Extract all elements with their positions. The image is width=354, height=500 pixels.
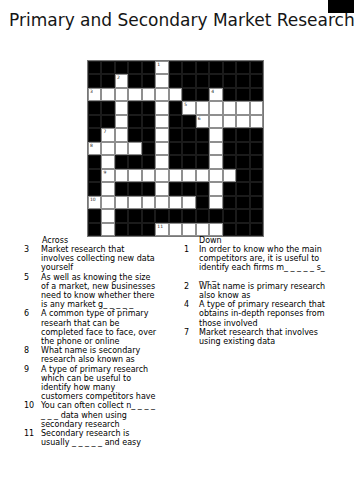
cell-r11c4 [142, 209, 155, 222]
cell-r8c5[interactable] [155, 169, 168, 182]
cell-r12c4 [142, 223, 155, 236]
across-clue-8: 8What name is secondary research also kn… [24, 346, 158, 364]
cell-r5c6 [169, 128, 182, 141]
cell-r7c7 [182, 155, 195, 168]
across-clue-num-3: 3 [24, 245, 41, 254]
cell-r9c12 [250, 182, 263, 195]
across-clue-5: 5As well as knowing the size of a market… [24, 273, 158, 310]
cell-r4c8[interactable]: 6 [196, 115, 209, 128]
cell-r7c0 [88, 155, 101, 168]
cell-r8c9[interactable] [209, 169, 222, 182]
cell-r10c8 [196, 196, 209, 209]
cell-r7c8 [196, 155, 209, 168]
cell-r7c1[interactable] [101, 155, 114, 168]
cell-r0c10 [223, 61, 236, 74]
cell-r10c4[interactable] [142, 196, 155, 209]
cell-r9c5[interactable] [155, 182, 168, 195]
cell-r3c2[interactable] [115, 101, 128, 114]
across-clue-num-8: 8 [24, 346, 41, 355]
cell-r1c6 [169, 74, 182, 87]
clue-number-10: 10 [90, 197, 96, 202]
cell-r12c0 [88, 223, 101, 236]
cell-r2c1[interactable] [101, 88, 114, 101]
cell-r8c12 [250, 169, 263, 182]
across-clue-num-10: 10 [24, 401, 41, 410]
cell-r7c12 [250, 155, 263, 168]
cell-r0c0 [88, 61, 101, 74]
cell-r2c5[interactable] [155, 88, 168, 101]
down-clue-4: 4A type of primary research that obtains… [184, 300, 326, 328]
across-clue-3: 3Market research that involves collectin… [24, 245, 158, 273]
cell-r4c0 [88, 115, 101, 128]
cell-r12c12 [250, 223, 263, 236]
cell-r6c6 [169, 142, 182, 155]
cell-r12c5[interactable]: 11 [155, 223, 168, 236]
cell-r11c0 [88, 209, 101, 222]
cell-r6c0[interactable]: 8 [88, 142, 101, 155]
cell-r6c4 [142, 142, 155, 155]
cell-r3c7[interactable]: 5 [182, 101, 195, 114]
cell-r6c9[interactable] [209, 142, 222, 155]
cell-r4c2[interactable] [115, 115, 128, 128]
cell-r5c7 [182, 128, 195, 141]
cell-r12c8[interactable] [196, 223, 209, 236]
cell-r10c3[interactable] [128, 196, 141, 209]
cell-r11c12 [250, 209, 263, 222]
across-clue-text-5: As well as knowing the size of a market,… [41, 273, 158, 310]
down-clue-num-4: 4 [184, 300, 199, 309]
cell-r8c1[interactable]: 9 [101, 169, 114, 182]
cell-r6c12 [250, 142, 263, 155]
cell-r2c0[interactable]: 3 [88, 88, 101, 101]
cell-r1c10 [223, 74, 236, 87]
across-clue-text-9: A type of primary research which can be … [41, 365, 158, 402]
cell-r3c9[interactable] [209, 101, 222, 114]
cell-r5c11 [236, 128, 249, 141]
cell-r9c0 [88, 182, 101, 195]
cell-r9c10 [223, 182, 236, 195]
across-clue-10: 10You can often collect n_ _ _ _ _ _ _ d… [24, 401, 158, 429]
cell-r11c10 [223, 209, 236, 222]
cell-r10c10 [223, 196, 236, 209]
cell-r5c10 [223, 128, 236, 141]
cell-r5c0 [88, 128, 101, 141]
across-clue-11: 11Secondary research is usually _ _ _ _ … [24, 429, 158, 447]
cell-r10c12 [250, 196, 263, 209]
cell-r4c3 [128, 115, 141, 128]
cell-r4c1 [101, 115, 114, 128]
clue-number-11: 11 [157, 224, 163, 229]
down-clue-1: 1In order to know who the main competito… [184, 245, 326, 282]
clue-number-7: 7 [103, 129, 106, 134]
cell-r12c7[interactable] [182, 223, 195, 236]
cell-r3c10[interactable] [223, 101, 236, 114]
down-clue-7: 7Market research that involves using exi… [184, 328, 326, 346]
cell-r3c4 [142, 101, 155, 114]
across-clue-text-8: What name is secondary research also kno… [41, 346, 158, 364]
page-title: Primary and Secondary Market Research [9, 10, 354, 30]
across-clue-num-6: 6 [24, 309, 41, 318]
cell-r0c9 [209, 61, 222, 74]
clue-number-4: 4 [211, 89, 214, 94]
cell-r6c1[interactable] [101, 142, 114, 155]
cell-r8c7[interactable] [182, 169, 195, 182]
clue-number-9: 9 [103, 170, 106, 175]
crossword-grid: 1234567891011 [87, 60, 264, 237]
cell-r2c7 [182, 88, 195, 101]
cell-r3c1 [101, 101, 114, 114]
cell-r10c1[interactable] [101, 196, 114, 209]
cell-r8c11 [236, 169, 249, 182]
clue-number-3: 3 [90, 89, 93, 94]
cell-r7c5[interactable] [155, 155, 168, 168]
cell-r1c11 [236, 74, 249, 87]
cell-r12c2 [115, 223, 128, 236]
cell-r11c3 [128, 209, 141, 222]
cell-r6c8 [196, 142, 209, 155]
across-clue-text-6: A common type of primary researh that ca… [41, 309, 158, 346]
cell-r6c5[interactable] [155, 142, 168, 155]
cell-r7c9[interactable] [209, 155, 222, 168]
cell-r3c6 [169, 101, 182, 114]
down-clue-list: 1In order to know who the main competito… [184, 245, 326, 346]
cell-r4c5[interactable] [155, 115, 168, 128]
cell-r2c12 [250, 88, 263, 101]
cell-r9c3 [128, 182, 141, 195]
cell-r1c0 [88, 74, 101, 87]
cell-r0c4 [142, 61, 155, 74]
across-clue-text-3: Market research that involves collecting… [41, 245, 158, 273]
cell-r10c7[interactable] [182, 196, 195, 209]
cell-r10c5[interactable] [155, 196, 168, 209]
down-clue-text-7: Market research that involves using exis… [199, 328, 326, 346]
cell-r5c8 [196, 128, 209, 141]
down-header: Down [199, 236, 222, 245]
across-clue-6: 6A common type of primary researh that c… [24, 309, 158, 346]
cell-r11c5 [155, 209, 168, 222]
cell-r8c8[interactable] [196, 169, 209, 182]
cell-r11c6 [169, 209, 182, 222]
cell-r4c12[interactable] [250, 115, 263, 128]
cell-r0c7 [182, 61, 195, 74]
across-clue-text-10: You can often collect n_ _ _ _ _ _ _ dat… [41, 401, 158, 429]
cell-r3c3 [128, 101, 141, 114]
down-clue-text-4: A type of primary research that obtains … [199, 300, 326, 328]
cell-r9c8 [196, 182, 209, 195]
cell-r7c2 [115, 155, 128, 168]
cell-r9c4 [142, 182, 155, 195]
cell-r11c2 [115, 209, 128, 222]
cell-r0c3 [128, 61, 141, 74]
cell-r8c3[interactable] [128, 169, 141, 182]
cell-r5c9[interactable] [209, 128, 222, 141]
across-clue-text-11: Secondary research is usually _ _ _ _ _ … [41, 429, 158, 447]
cell-r9c2 [115, 182, 128, 195]
cell-r10c2[interactable] [115, 196, 128, 209]
cell-r2c3[interactable] [128, 88, 141, 101]
across-clue-num-9: 9 [24, 365, 41, 374]
down-clue-num-1: 1 [184, 245, 199, 254]
cell-r11c9 [209, 209, 222, 222]
cell-r10c0[interactable]: 10 [88, 196, 101, 209]
cell-r2c9[interactable]: 4 [209, 88, 222, 101]
down-clue-text-2: What name is primary research also know … [199, 282, 326, 300]
down-clue-num-7: 7 [184, 328, 199, 337]
cell-r12c10 [223, 223, 236, 236]
clue-number-5: 5 [184, 102, 187, 107]
cell-r10c11 [236, 196, 249, 209]
cell-r5c2[interactable] [115, 128, 128, 141]
cell-r2c6[interactable] [169, 88, 182, 101]
cell-r8c6[interactable] [169, 169, 182, 182]
cell-r5c4 [142, 128, 155, 141]
cell-r3c5[interactable] [155, 101, 168, 114]
cell-r7c4 [142, 155, 155, 168]
cell-r5c5[interactable] [155, 128, 168, 141]
cell-r3c11[interactable] [236, 101, 249, 114]
cell-r6c7 [182, 142, 195, 155]
cell-r4c6 [169, 115, 182, 128]
cell-r1c7 [182, 74, 195, 87]
across-clue-list: 3Market research that involves collectin… [24, 245, 158, 447]
cell-r4c10[interactable] [223, 115, 236, 128]
cell-r5c3 [128, 128, 141, 141]
cell-r0c5[interactable]: 1 [155, 61, 168, 74]
corner-mark [328, 0, 354, 13]
cell-r2c2[interactable] [115, 88, 128, 101]
cell-r4c4 [142, 115, 155, 128]
cell-r8c4[interactable] [142, 169, 155, 182]
cell-r11c11 [236, 209, 249, 222]
cell-r7c6 [169, 155, 182, 168]
cell-r2c10 [223, 88, 236, 101]
cell-r9c6 [169, 182, 182, 195]
cell-r5c1[interactable]: 7 [101, 128, 114, 141]
down-clue-2: 2What name is primary research also know… [184, 282, 326, 300]
cell-r6c3[interactable] [128, 142, 141, 155]
cell-r0c2 [115, 61, 128, 74]
down-clue-text-1: In order to know who the main competitor… [199, 245, 326, 282]
cell-r6c10 [223, 142, 236, 155]
cell-r4c11[interactable] [236, 115, 249, 128]
clue-number-2: 2 [117, 75, 120, 80]
cell-r7c3 [128, 155, 141, 168]
down-clue-num-2: 2 [184, 282, 199, 291]
cell-r1c8 [196, 74, 209, 87]
cell-r0c12 [250, 61, 263, 74]
cell-r9c1[interactable] [101, 182, 114, 195]
cell-r7c11 [236, 155, 249, 168]
cell-r6c2[interactable] [115, 142, 128, 155]
cell-r1c9 [209, 74, 222, 87]
cell-r0c6 [169, 61, 182, 74]
cell-r12c11 [236, 223, 249, 236]
clue-number-6: 6 [198, 116, 201, 121]
across-clue-num-11: 11 [24, 429, 41, 438]
cell-r12c3 [128, 223, 141, 236]
cell-r2c11 [236, 88, 249, 101]
cell-r8c10[interactable] [223, 169, 236, 182]
cell-r11c1[interactable] [101, 209, 114, 222]
clue-number-8: 8 [90, 143, 93, 148]
cell-r3c8[interactable] [196, 101, 209, 114]
cell-r7c10 [223, 155, 236, 168]
across-clue-9: 9A type of primary research which can be… [24, 365, 158, 402]
cell-r12c9[interactable] [209, 223, 222, 236]
across-clue-num-5: 5 [24, 273, 41, 282]
cell-r4c7 [182, 115, 195, 128]
cell-r1c12 [250, 74, 263, 87]
clue-number-1: 1 [157, 62, 160, 67]
across-header: Across [42, 236, 68, 245]
cell-r10c9[interactable] [209, 196, 222, 209]
cell-r2c8 [196, 88, 209, 101]
cell-r3c12[interactable] [250, 101, 263, 114]
cell-r0c8 [196, 61, 209, 74]
cell-r8c0 [88, 169, 101, 182]
cell-r0c1 [101, 61, 114, 74]
cell-r1c5[interactable] [155, 74, 168, 87]
cell-r9c11 [236, 182, 249, 195]
cell-r9c7 [182, 182, 195, 195]
cell-r11c8 [196, 209, 209, 222]
cell-r1c4 [142, 74, 155, 87]
cell-r9c9[interactable] [209, 182, 222, 195]
cell-r8c2[interactable] [115, 169, 128, 182]
cell-r0c11 [236, 61, 249, 74]
cell-r12c6[interactable] [169, 223, 182, 236]
cell-r10c6[interactable] [169, 196, 182, 209]
cell-r12c1[interactable] [101, 223, 114, 236]
cell-r2c4[interactable] [142, 88, 155, 101]
cell-r1c3 [128, 74, 141, 87]
cell-r11c7 [182, 209, 195, 222]
cell-r5c12 [250, 128, 263, 141]
cell-r6c11 [236, 142, 249, 155]
cell-r3c0 [88, 101, 101, 114]
cell-r1c1 [101, 74, 114, 87]
cell-r4c9[interactable] [209, 115, 222, 128]
cell-r1c2[interactable]: 2 [115, 74, 128, 87]
